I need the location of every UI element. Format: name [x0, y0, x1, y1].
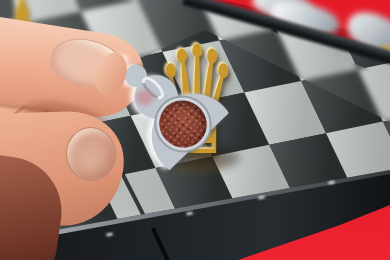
captured-gold-piece — [378, 46, 390, 57]
board-frame-rail — [0, 0, 390, 260]
red-table-reflection — [136, 90, 154, 105]
board-far-rail — [182, 0, 390, 68]
thumb-web-shadow — [22, 96, 110, 139]
chess-board — [0, 0, 390, 255]
frame-coordinate-mark — [106, 232, 113, 236]
frame-coordinate-mark — [186, 211, 193, 215]
board-cell — [81, 0, 163, 64]
board-cell — [0, 139, 42, 203]
captured-silver-piece — [250, 0, 314, 24]
frame-coordinate-mark — [258, 195, 265, 199]
board-gloss-sheen — [0, 0, 390, 260]
index-knuckle — [0, 53, 100, 215]
frame-hinge-gap — [151, 227, 170, 260]
skin-wrinkle — [19, 104, 54, 131]
index-fingernail — [46, 32, 130, 94]
index-finger — [0, 12, 149, 123]
captured-silver-piece — [268, 0, 343, 40]
board-cell — [163, 40, 245, 104]
index-fingertip-pad — [90, 48, 132, 99]
skin-wrinkle — [11, 90, 46, 117]
board-cell — [358, 58, 390, 122]
board-cell — [0, 191, 67, 255]
board-cell — [0, 75, 74, 139]
board-fold-seam — [106, 144, 156, 238]
board-cell — [251, 0, 333, 29]
board-cell — [219, 29, 301, 93]
board-cell — [24, 11, 106, 75]
thumbnail — [62, 124, 119, 184]
board-cell — [56, 0, 138, 11]
board-cell — [333, 6, 390, 70]
photo-scene: ♟ ♛ ♟ — [0, 0, 390, 260]
curled-fingers — [0, 152, 69, 260]
pawn-collar-ring — [138, 73, 168, 103]
board-cell — [0, 87, 17, 151]
board-cell — [0, 0, 24, 35]
thumb — [0, 110, 126, 229]
silver-pawn-piece-held: ♟ — [71, 12, 255, 196]
depth-of-field-blur — [0, 0, 390, 260]
board-cell — [383, 110, 390, 174]
gold-queen-piece: ♛ — [168, 40, 226, 172]
board-cell — [106, 52, 188, 116]
board-cell — [0, 23, 49, 87]
board-cell — [301, 69, 383, 133]
board-cell — [308, 0, 390, 17]
hand-shadow — [0, 118, 175, 253]
red-table-near — [0, 0, 390, 260]
board-cell — [188, 93, 270, 157]
frame-coordinate-mark — [328, 180, 335, 184]
board-cell — [269, 133, 351, 197]
red-table-far — [0, 0, 390, 260]
finger-crease — [0, 102, 82, 118]
queen-shadow — [158, 146, 240, 170]
board-cell — [74, 116, 156, 180]
captured-silver-piece — [341, 5, 390, 64]
queen-reflection — [166, 152, 228, 172]
board-cell — [99, 168, 181, 232]
board-cell — [17, 127, 99, 191]
board-cell — [156, 156, 238, 220]
red-table-shadow-band — [0, 0, 390, 260]
gold-pawn-shadow — [6, 26, 36, 36]
board-cell — [244, 81, 326, 145]
board-cell — [138, 0, 220, 52]
board-cell — [194, 0, 276, 40]
pawn-head-highlight — [112, 52, 132, 68]
gold-pawn-piece: ♟ — [3, 0, 40, 44]
board-cell — [42, 180, 124, 244]
board-cell — [131, 104, 213, 168]
board-cell — [49, 64, 131, 128]
skin-wrinkle — [30, 117, 65, 145]
board-cell — [0, 0, 81, 23]
board-cell — [212, 145, 294, 209]
board-cell — [276, 17, 358, 81]
pawn-felt-base — [146, 87, 221, 162]
frame-edge-highlight — [0, 0, 390, 260]
board-cell — [326, 122, 390, 186]
